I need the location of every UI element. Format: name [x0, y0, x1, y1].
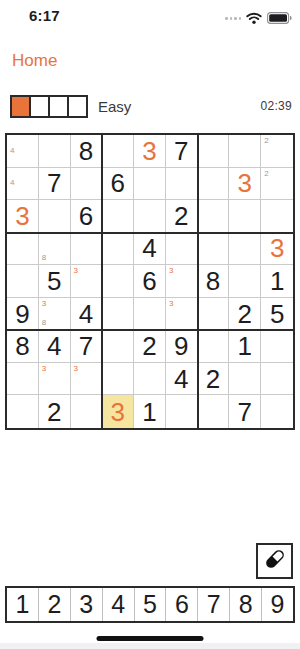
status-icons	[225, 10, 292, 28]
user-digit: 3	[15, 203, 29, 229]
cell-r5c1[interactable]	[7, 265, 39, 298]
user-digit: 3	[110, 399, 124, 425]
given-digit: 5	[47, 268, 61, 294]
cell-r6c6[interactable]: 3	[166, 298, 198, 331]
cell-r2c7[interactable]	[198, 168, 230, 201]
given-digit: 7	[79, 333, 93, 359]
cell-r1c8[interactable]	[229, 135, 261, 168]
status-time: 6:17	[29, 7, 60, 24]
given-digit: 4	[174, 366, 188, 392]
cell-r9c9[interactable]	[261, 395, 293, 428]
cell-r1c7[interactable]	[198, 135, 230, 168]
cell-r6c5[interactable]	[134, 298, 166, 331]
number-key-6[interactable]: 6	[166, 588, 198, 621]
pencil-mark: 3	[42, 300, 46, 308]
cell-r3c1[interactable]: 3	[7, 200, 39, 233]
cell-r7c8[interactable]: 1	[229, 330, 261, 363]
user-digit: 3	[238, 170, 252, 196]
cell-r3c8[interactable]	[229, 200, 261, 233]
cell-r7c4[interactable]	[102, 330, 134, 363]
cell-r6c2[interactable]: 38	[39, 298, 71, 331]
home-indicator[interactable]	[97, 636, 204, 641]
cell-r1c2[interactable]	[39, 135, 71, 168]
cell-r4c6[interactable]	[166, 233, 198, 266]
eraser-button[interactable]	[256, 543, 293, 579]
number-key-9[interactable]: 9	[262, 588, 293, 621]
given-digit: 8	[206, 268, 220, 294]
difficulty-label: Easy	[98, 98, 131, 115]
number-key-5[interactable]: 5	[135, 588, 167, 621]
cell-r2c6[interactable]	[166, 168, 198, 201]
cell-r1c5[interactable]: 3	[134, 135, 166, 168]
cell-r8c1[interactable]	[7, 363, 39, 396]
cell-r8c9[interactable]	[261, 363, 293, 396]
pencil-mark: 3	[74, 365, 78, 373]
cell-r2c9[interactable]: 2	[261, 168, 293, 201]
cell-r8c7[interactable]: 2	[198, 363, 230, 396]
cell-r4c7[interactable]	[198, 233, 230, 266]
cell-r6c1[interactable]: 9	[7, 298, 39, 331]
given-digit: 7	[238, 399, 252, 425]
sudoku-app: { "game": "sudoku", "position": "0080370…	[0, 0, 300, 649]
given-digit: 5	[270, 301, 284, 327]
given-digit: 4	[79, 301, 93, 327]
given-digit: 8	[15, 333, 29, 359]
given-digit: 1	[270, 268, 284, 294]
given-digit: 9	[174, 333, 188, 359]
cell-r9c7[interactable]	[198, 395, 230, 428]
user-digit: 3	[270, 235, 284, 261]
cell-r9c1[interactable]	[7, 395, 39, 428]
cell-r7c3[interactable]: 7	[71, 330, 103, 363]
pencil-mark: 8	[42, 319, 46, 327]
cell-r3c9[interactable]	[261, 200, 293, 233]
number-key-3[interactable]: 3	[71, 588, 103, 621]
cell-r9c8[interactable]: 7	[229, 395, 261, 428]
given-digit: 2	[238, 301, 252, 327]
given-digit: 4	[142, 235, 156, 261]
cell-r8c5[interactable]	[134, 363, 166, 396]
given-digit: 1	[142, 399, 156, 425]
cell-r1c1[interactable]: 4	[7, 135, 39, 168]
cell-r9c5[interactable]: 1	[134, 395, 166, 428]
number-key-4[interactable]: 4	[103, 588, 135, 621]
cell-r6c9[interactable]: 5	[261, 298, 293, 331]
cell-r9c6[interactable]	[166, 395, 198, 428]
number-pad: 123456789	[5, 586, 295, 623]
user-digit: 3	[142, 138, 156, 164]
pencil-mark: 2	[264, 137, 268, 145]
difficulty-meter	[10, 95, 88, 118]
game-bar: Easy 02:39	[10, 94, 292, 118]
cell-r8c3[interactable]: 3	[71, 363, 103, 396]
cell-r3c4[interactable]	[102, 200, 134, 233]
cell-r8c6[interactable]: 4	[166, 363, 198, 396]
cell-r7c2[interactable]: 4	[39, 330, 71, 363]
pencil-mark: 4	[10, 179, 14, 187]
cell-r6c3[interactable]: 4	[71, 298, 103, 331]
cell-r1c4[interactable]	[102, 135, 134, 168]
given-digit: 2	[174, 203, 188, 229]
cell-r5c4[interactable]	[102, 265, 134, 298]
cell-r6c4[interactable]	[102, 298, 134, 331]
number-key-1[interactable]: 1	[7, 588, 39, 621]
cell-r7c9[interactable]	[261, 330, 293, 363]
wifi-icon	[246, 10, 262, 28]
cell-r5c3[interactable]: 3	[71, 265, 103, 298]
pencil-mark: 3	[169, 267, 173, 275]
pencil-mark: 3	[169, 300, 173, 308]
difficulty-square-1	[12, 97, 31, 116]
given-digit: 7	[47, 170, 61, 196]
given-digit: 2	[206, 366, 220, 392]
cell-r7c1[interactable]: 8	[7, 330, 39, 363]
cell-r1c9[interactable]: 2	[261, 135, 293, 168]
cell-r6c7[interactable]	[198, 298, 230, 331]
difficulty-square-3	[50, 97, 69, 116]
given-digit: 2	[142, 333, 156, 359]
cell-r4c1[interactable]	[7, 233, 39, 266]
cell-r2c5[interactable]	[134, 168, 166, 201]
cell-r2c8[interactable]: 3	[229, 168, 261, 201]
cell-r6c8[interactable]: 2	[229, 298, 261, 331]
cell-r2c4[interactable]: 6	[102, 168, 134, 201]
difficulty-square-4	[69, 97, 86, 116]
cell-r4c2[interactable]: 8	[39, 233, 71, 266]
pencil-mark: 3	[74, 267, 78, 275]
cell-r8c2[interactable]: 3	[39, 363, 71, 396]
pencil-mark: 2	[264, 170, 268, 178]
cell-r4c5[interactable]: 4	[134, 233, 166, 266]
cellular-signal-icon	[225, 17, 241, 21]
number-key-7[interactable]: 7	[198, 588, 230, 621]
cell-r3c2[interactable]	[39, 200, 71, 233]
cell-r9c4[interactable]: 3	[102, 395, 134, 428]
cell-r5c9[interactable]: 1	[261, 265, 293, 298]
number-key-2[interactable]: 2	[39, 588, 71, 621]
cell-r2c1[interactable]: 4	[7, 168, 39, 201]
pencil-mark: 3	[42, 365, 46, 373]
cell-r9c2[interactable]: 2	[39, 395, 71, 428]
cell-r3c5[interactable]	[134, 200, 166, 233]
pencil-mark: 8	[42, 254, 46, 262]
given-digit: 1	[238, 333, 252, 359]
cell-r8c8[interactable]	[229, 363, 261, 396]
bottom-strip	[0, 643, 300, 649]
cell-r1c6[interactable]: 7	[166, 135, 198, 168]
given-digit: 7	[174, 138, 188, 164]
given-digit: 6	[79, 203, 93, 229]
cell-r7c7[interactable]	[198, 330, 230, 363]
cell-r4c4[interactable]	[102, 233, 134, 266]
cell-r5c7[interactable]: 8	[198, 265, 230, 298]
cell-r2c2[interactable]: 7	[39, 168, 71, 201]
given-digit: 8	[79, 138, 93, 164]
status-bar: 6:17	[0, 0, 300, 30]
cell-r5c8[interactable]	[229, 265, 261, 298]
game-timer: 02:39	[260, 99, 292, 113]
cell-r5c6[interactable]: 3	[166, 265, 198, 298]
given-digit: 2	[47, 399, 61, 425]
number-key-8[interactable]: 8	[230, 588, 262, 621]
cell-r7c5[interactable]: 2	[134, 330, 166, 363]
cell-r7c6[interactable]: 9	[166, 330, 198, 363]
given-digit: 6	[142, 268, 156, 294]
battery-icon	[267, 10, 292, 28]
cell-r3c7[interactable]	[198, 200, 230, 233]
cell-r5c2[interactable]: 5	[39, 265, 71, 298]
cell-r3c3[interactable]: 6	[71, 200, 103, 233]
cell-r2c3[interactable]	[71, 168, 103, 201]
cell-r4c3[interactable]	[71, 233, 103, 266]
cell-r8c4[interactable]	[102, 363, 134, 396]
given-digit: 9	[15, 301, 29, 327]
cell-r4c8[interactable]	[229, 233, 261, 266]
given-digit: 6	[110, 170, 124, 196]
cell-r4c9[interactable]: 3	[261, 233, 293, 266]
cell-r5c5[interactable]: 6	[134, 265, 166, 298]
eraser-icon	[264, 548, 286, 574]
cell-r3c6[interactable]: 2	[166, 200, 198, 233]
home-link[interactable]: Home	[12, 51, 57, 71]
cell-r1c3[interactable]: 8	[71, 135, 103, 168]
difficulty-square-2	[31, 97, 50, 116]
given-digit: 4	[47, 333, 61, 359]
pencil-mark: 4	[10, 147, 14, 155]
sudoku-board: 4837247632362843536381938432584729133422…	[5, 133, 295, 430]
cell-r9c3[interactable]	[71, 395, 103, 428]
